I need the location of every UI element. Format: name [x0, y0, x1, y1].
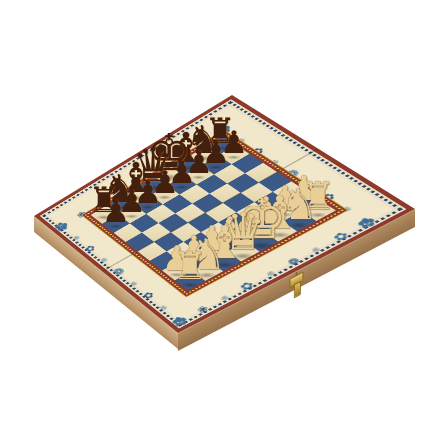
chess-set-photo: ❀✾✿✾❁✾✿✾❀ ❀✾✿✾❁✾✿✾❀ ✿✾❁✾✿✾❀ ✿✾❁✾✿✾❀ ✿ ✿ … — [0, 0, 440, 440]
flower-ornament-icon: ✾ — [128, 280, 140, 288]
flower-ornament-icon: ✾ — [99, 256, 110, 263]
flower-ornament-icon: ✿ — [236, 279, 259, 293]
flower-ornament-icon: ✾ — [264, 269, 277, 277]
flower-ornament-icon: ✿ — [329, 229, 354, 243]
board-plane: ❀✾✿✾❁✾✿✾❀ ❀✾✿✾❁✾✿✾❀ ✿✾❁✾✿✾❀ ✿✾❁✾✿✾❀ ✿ ✿ … — [34, 95, 415, 333]
flower-ornament-icon: ✾ — [309, 245, 323, 253]
flower-ornament-icon: ✾ — [71, 234, 82, 241]
flower-ornament-icon: ✿ — [140, 290, 158, 301]
flower-ornament-icon: ❀ — [194, 303, 213, 315]
flower-ornament-icon: ❁ — [109, 265, 129, 278]
flower-ornament-icon: ✿ — [82, 243, 98, 254]
brass-latch-icon — [290, 271, 304, 288]
flower-ornament-icon: ✾ — [158, 304, 170, 312]
flower-ornament-icon: ❁ — [283, 256, 303, 268]
flower-ornament-icon: ✾ — [218, 294, 231, 302]
